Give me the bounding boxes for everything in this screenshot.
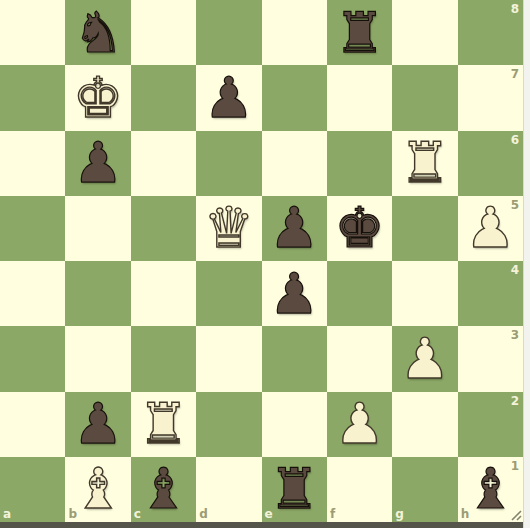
piece-white-pawn[interactable]: ♟ [392,326,457,391]
rank-label-4: 4 [511,264,519,276]
rank-label-6: 6 [511,134,519,146]
square-f2[interactable]: ♟ [327,392,392,457]
piece-black-knight[interactable]: ♞ [65,0,130,65]
square-h8[interactable]: 8 [458,0,523,65]
square-c1[interactable]: ♝c [131,457,196,522]
square-a4[interactable] [0,261,65,326]
rank-label-8: 8 [511,3,519,15]
square-a7[interactable] [0,65,65,130]
piece-black-pawn[interactable]: ♟ [262,196,327,261]
square-e2[interactable] [262,392,327,457]
square-e4[interactable]: ♟ [262,261,327,326]
square-b7[interactable]: ♚ [65,65,130,130]
rank-label-3: 3 [511,329,519,341]
square-f5[interactable]: ♚ [327,196,392,261]
square-b5[interactable] [65,196,130,261]
file-label-g: g [395,508,404,520]
square-g5[interactable] [392,196,457,261]
square-a2[interactable] [0,392,65,457]
square-d6[interactable] [196,131,261,196]
square-g8[interactable] [392,0,457,65]
square-e8[interactable] [262,0,327,65]
square-b3[interactable] [65,326,130,391]
square-f4[interactable] [327,261,392,326]
right-edge-strip [523,0,530,528]
square-d4[interactable] [196,261,261,326]
square-h2[interactable]: 2 [458,392,523,457]
piece-black-pawn[interactable]: ♟ [65,131,130,196]
square-a8[interactable] [0,0,65,65]
square-d2[interactable] [196,392,261,457]
piece-white-king[interactable]: ♚ [65,65,130,130]
file-label-d: d [199,508,208,520]
square-b1[interactable]: ♝b [65,457,130,522]
square-g1[interactable]: g [392,457,457,522]
piece-black-rook[interactable]: ♜ [327,0,392,65]
file-label-a: a [3,508,11,520]
file-label-b: b [68,508,77,520]
square-c8[interactable] [131,0,196,65]
square-c5[interactable] [131,196,196,261]
file-label-c: c [134,508,141,520]
square-e5[interactable]: ♟ [262,196,327,261]
piece-black-pawn[interactable]: ♟ [65,392,130,457]
square-c6[interactable] [131,131,196,196]
rank-label-2: 2 [511,395,519,407]
file-label-h: h [461,508,470,520]
piece-white-pawn[interactable]: ♟ [327,392,392,457]
chess-app-window: ♞♜8♚♟7♟♜6♛♟♚♟5♟4♟3♟♜♟2a♝b♝cd♜efg♝1h [0,0,530,528]
square-f3[interactable] [327,326,392,391]
square-h7[interactable]: 7 [458,65,523,130]
square-e6[interactable] [262,131,327,196]
square-b4[interactable] [65,261,130,326]
file-label-f: f [330,508,335,520]
square-b8[interactable]: ♞ [65,0,130,65]
square-e1[interactable]: ♜e [262,457,327,522]
bottom-edge-strip [0,522,523,528]
square-h5[interactable]: ♟5 [458,196,523,261]
square-h6[interactable]: 6 [458,131,523,196]
square-d7[interactable]: ♟ [196,65,261,130]
square-a6[interactable] [0,131,65,196]
square-c4[interactable] [131,261,196,326]
square-c3[interactable] [131,326,196,391]
square-h4[interactable]: 4 [458,261,523,326]
piece-black-pawn[interactable]: ♟ [262,261,327,326]
chess-board: ♞♜8♚♟7♟♜6♛♟♚♟5♟4♟3♟♜♟2a♝b♝cd♜efg♝1h [0,0,523,522]
square-g3[interactable]: ♟ [392,326,457,391]
square-g2[interactable] [392,392,457,457]
rank-label-7: 7 [511,68,519,80]
square-e7[interactable] [262,65,327,130]
square-e3[interactable] [262,326,327,391]
square-a3[interactable] [0,326,65,391]
piece-black-king[interactable]: ♚ [327,196,392,261]
square-d1[interactable]: d [196,457,261,522]
square-f1[interactable]: f [327,457,392,522]
piece-black-pawn[interactable]: ♟ [196,65,261,130]
square-g6[interactable]: ♜ [392,131,457,196]
square-a1[interactable]: a [0,457,65,522]
square-h3[interactable]: 3 [458,326,523,391]
square-b6[interactable]: ♟ [65,131,130,196]
file-label-e: e [265,508,273,520]
piece-white-rook[interactable]: ♜ [392,131,457,196]
square-g4[interactable] [392,261,457,326]
piece-white-rook[interactable]: ♜ [131,392,196,457]
square-d3[interactable] [196,326,261,391]
square-b2[interactable]: ♟ [65,392,130,457]
resize-grip-icon[interactable] [509,508,522,521]
piece-white-queen[interactable]: ♛ [196,196,261,261]
rank-label-1: 1 [511,460,519,472]
square-f7[interactable] [327,65,392,130]
square-d5[interactable]: ♛ [196,196,261,261]
square-c7[interactable] [131,65,196,130]
square-a5[interactable] [0,196,65,261]
square-f6[interactable] [327,131,392,196]
rank-label-5: 5 [511,199,519,211]
square-f8[interactable]: ♜ [327,0,392,65]
square-d8[interactable] [196,0,261,65]
square-c2[interactable]: ♜ [131,392,196,457]
square-g7[interactable] [392,65,457,130]
